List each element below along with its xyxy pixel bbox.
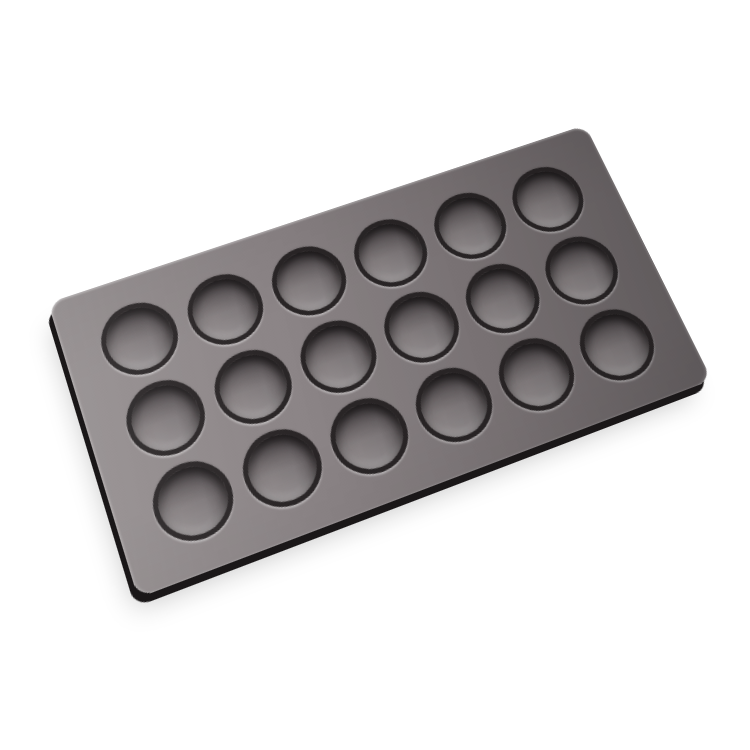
baking-tray: [48, 125, 712, 598]
cavity: [534, 227, 630, 314]
cavity: [178, 264, 273, 354]
cavity: [92, 293, 188, 386]
cavity: [373, 282, 470, 373]
cavity: [568, 300, 667, 391]
cavity: [205, 340, 303, 435]
cavity: [344, 210, 438, 297]
cavity: [262, 237, 357, 325]
cavity: [143, 451, 244, 554]
product-photo-canvas: [0, 0, 750, 750]
cavity: [487, 329, 586, 422]
cavity: [290, 311, 387, 404]
cavity: [117, 370, 215, 467]
cavity: [455, 254, 551, 343]
cavity: [320, 388, 420, 486]
cavity-grid: [48, 125, 712, 598]
cavity: [233, 419, 334, 519]
cavity: [423, 184, 517, 269]
cavity: [405, 358, 505, 454]
cavity: [501, 158, 595, 241]
